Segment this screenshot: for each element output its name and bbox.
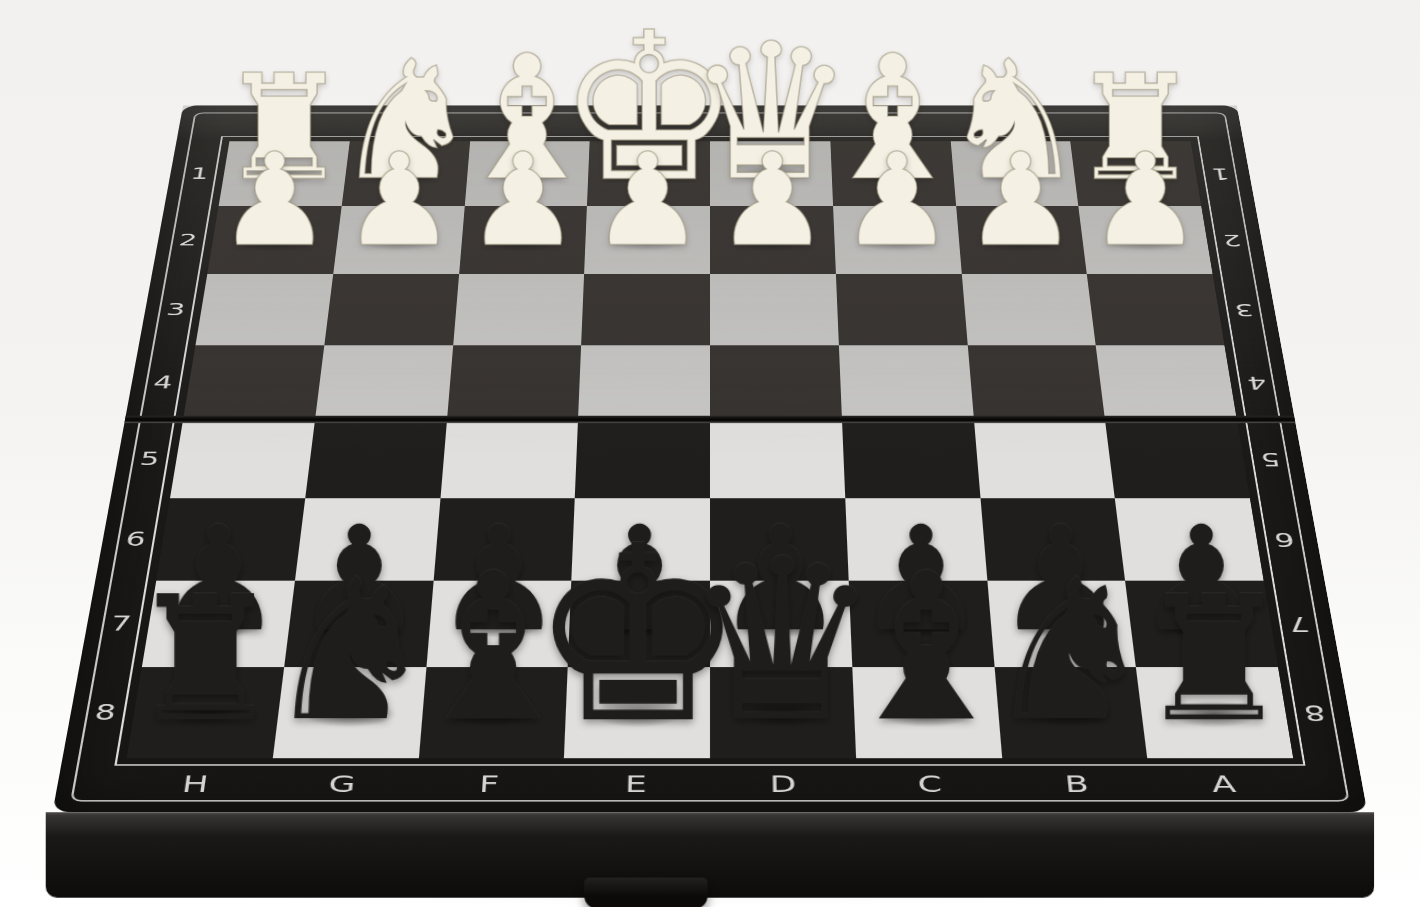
piece-cell-h8: ♜ [127, 667, 284, 758]
piece-cell-b8: ♞ [994, 667, 1147, 758]
square-c3[interactable] [836, 274, 968, 345]
square-c1[interactable] [830, 141, 956, 206]
rank-label-right-2: 2 [1221, 232, 1243, 248]
square-b1[interactable] [950, 141, 1078, 206]
backdrop: 1234567812345678HGFEDCBA ♜♞♝♚♛♝♞♜♟♟♟♟♟♟♟… [0, 0, 1420, 907]
square-h4[interactable] [183, 345, 324, 420]
square-b2[interactable] [956, 206, 1087, 274]
square-b4[interactable] [967, 345, 1105, 420]
chessboard: 1234567812345678HGFEDCBA ♜♞♝♚♛♝♞♜♟♟♟♟♟♟♟… [52, 106, 1367, 813]
square-c4[interactable] [839, 345, 974, 420]
square-f1[interactable] [464, 141, 590, 206]
square-h1[interactable] [219, 141, 350, 206]
square-d3[interactable] [710, 274, 839, 345]
square-a4[interactable] [1096, 345, 1237, 420]
piece-cell-c8: ♝ [852, 667, 1002, 758]
square-h2[interactable] [207, 206, 341, 274]
clasp-tab[interactable] [584, 878, 708, 907]
rank-label-right-1: 1 [1209, 166, 1230, 181]
square-f2[interactable] [459, 206, 588, 274]
square-e3[interactable] [581, 274, 710, 345]
square-f4[interactable] [447, 345, 582, 420]
rank-label-left-2: 2 [178, 232, 200, 248]
rank-label-left-3: 3 [165, 301, 187, 318]
square-g3[interactable] [324, 274, 459, 345]
square-d1[interactable] [710, 141, 833, 206]
square-g1[interactable] [341, 141, 469, 206]
square-a1[interactable] [1070, 141, 1201, 206]
square-e2[interactable] [584, 206, 710, 274]
square-h3[interactable] [195, 274, 333, 345]
square-a3[interactable] [1087, 274, 1225, 345]
rank-label-left-4: 4 [152, 373, 175, 391]
square-d2[interactable] [710, 206, 836, 274]
square-e4[interactable] [578, 345, 710, 420]
square-b3[interactable] [961, 274, 1096, 345]
square-f3[interactable] [453, 274, 585, 345]
square-d4[interactable] [710, 345, 842, 420]
square-g4[interactable] [315, 345, 453, 420]
square-e1[interactable] [587, 141, 710, 206]
piece-cell-d8: ♛ [710, 667, 856, 758]
square-a2[interactable] [1079, 206, 1213, 274]
chessboard-scene: 1234567812345678HGFEDCBA ♜♞♝♚♛♝♞♜♟♟♟♟♟♟♟… [125, 0, 1295, 907]
square-c2[interactable] [833, 206, 962, 274]
rank-label-left-1: 1 [189, 166, 210, 181]
piece-cell-a8: ♜ [1136, 667, 1293, 758]
black-knight-b8-piece[interactable]: ♞ [983, 554, 1158, 749]
square-g2[interactable] [333, 206, 464, 274]
rank-label-right-4: 4 [1245, 373, 1268, 391]
rank-label-right-3: 3 [1233, 301, 1255, 318]
board-front-edge [46, 812, 1375, 897]
